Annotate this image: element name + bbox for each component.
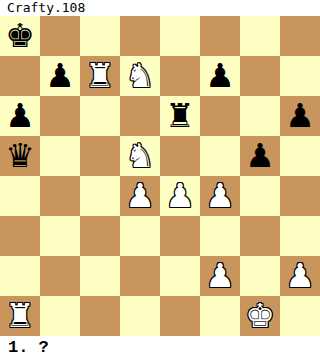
piece-black-pawn: ♟ [5,96,35,136]
square-h2[interactable]: ♟ [280,256,320,296]
piece-white-king: ♚ [245,296,275,336]
square-h6[interactable]: ♟ [280,96,320,136]
square-h4[interactable] [280,176,320,216]
square-b3[interactable] [40,216,80,256]
piece-black-pawn: ♟ [45,56,75,96]
piece-white-pawn: ♟ [205,176,235,216]
square-f7[interactable]: ♟ [200,56,240,96]
square-g3[interactable] [240,216,280,256]
square-g7[interactable] [240,56,280,96]
square-c6[interactable] [80,96,120,136]
square-a8[interactable]: ♚ [0,16,40,56]
square-f8[interactable] [200,16,240,56]
square-g1[interactable]: ♚ [240,296,280,336]
piece-black-king: ♚ [5,16,35,56]
square-c7[interactable]: ♜ [80,56,120,96]
square-e1[interactable] [160,296,200,336]
square-e8[interactable] [160,16,200,56]
square-f3[interactable] [200,216,240,256]
piece-white-pawn: ♟ [165,176,195,216]
piece-white-rook: ♜ [5,296,35,336]
piece-white-knight: ♞ [125,56,155,96]
square-f6[interactable] [200,96,240,136]
square-g2[interactable] [240,256,280,296]
square-a5[interactable]: ♛ [0,136,40,176]
square-b6[interactable] [40,96,80,136]
square-e6[interactable]: ♜ [160,96,200,136]
piece-white-rook: ♜ [85,56,115,96]
square-a6[interactable]: ♟ [0,96,40,136]
chess-board: ♚♟♜♞♟♟♜♟♛♞♟♟♟♟♟♟♜♚ [0,16,320,336]
square-c1[interactable] [80,296,120,336]
square-g8[interactable] [240,16,280,56]
square-c2[interactable] [80,256,120,296]
square-d3[interactable] [120,216,160,256]
piece-black-queen: ♛ [5,136,35,176]
square-f1[interactable] [200,296,240,336]
square-b4[interactable] [40,176,80,216]
square-e7[interactable] [160,56,200,96]
crafty-window: Crafty.108 ♚♟♜♞♟♟♜♟♛♞♟♟♟♟♟♟♜♚ 1. ? [0,0,320,360]
square-a4[interactable] [0,176,40,216]
square-d8[interactable] [120,16,160,56]
square-h3[interactable] [280,216,320,256]
square-a2[interactable] [0,256,40,296]
square-c3[interactable] [80,216,120,256]
square-d5[interactable]: ♞ [120,136,160,176]
square-b8[interactable] [40,16,80,56]
square-e4[interactable]: ♟ [160,176,200,216]
square-e2[interactable] [160,256,200,296]
piece-black-pawn: ♟ [245,136,275,176]
square-a1[interactable]: ♜ [0,296,40,336]
piece-white-pawn: ♟ [285,256,315,296]
square-g6[interactable] [240,96,280,136]
window-title: Crafty.108 [0,0,320,16]
piece-white-pawn: ♟ [125,176,155,216]
move-prompt: 1. ? [0,336,320,360]
square-c5[interactable] [80,136,120,176]
square-a3[interactable] [0,216,40,256]
square-d2[interactable] [120,256,160,296]
square-d6[interactable] [120,96,160,136]
square-e5[interactable] [160,136,200,176]
square-b1[interactable] [40,296,80,336]
square-g4[interactable] [240,176,280,216]
square-f5[interactable] [200,136,240,176]
piece-black-pawn: ♟ [205,56,235,96]
square-h1[interactable] [280,296,320,336]
square-h7[interactable] [280,56,320,96]
square-b7[interactable]: ♟ [40,56,80,96]
piece-black-rook: ♜ [165,96,195,136]
square-d4[interactable]: ♟ [120,176,160,216]
piece-black-pawn: ♟ [285,96,315,136]
square-f2[interactable]: ♟ [200,256,240,296]
square-a7[interactable] [0,56,40,96]
square-d1[interactable] [120,296,160,336]
square-h8[interactable] [280,16,320,56]
square-e3[interactable] [160,216,200,256]
square-f4[interactable]: ♟ [200,176,240,216]
square-c8[interactable] [80,16,120,56]
square-c4[interactable] [80,176,120,216]
square-b5[interactable] [40,136,80,176]
square-g5[interactable]: ♟ [240,136,280,176]
square-h5[interactable] [280,136,320,176]
square-d7[interactable]: ♞ [120,56,160,96]
square-b2[interactable] [40,256,80,296]
piece-white-knight: ♞ [125,136,155,176]
piece-white-pawn: ♟ [205,256,235,296]
